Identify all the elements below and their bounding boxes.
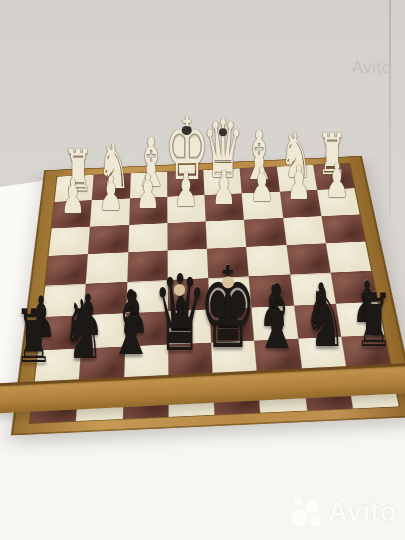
square-g5: [83, 282, 126, 315]
avito-watermark-text: Avito: [328, 497, 397, 528]
square-h1: [54, 175, 93, 202]
square-e4: [167, 249, 208, 280]
square-b2: [279, 190, 321, 218]
square-a5: [330, 271, 377, 304]
square-e5: [167, 278, 209, 311]
square-h3: [48, 226, 90, 256]
square-f5: [125, 280, 167, 313]
square-c1: [239, 167, 279, 193]
square-b4: [286, 243, 330, 274]
square-f3: [127, 223, 167, 253]
square-c5: [248, 274, 293, 307]
square-d6: [209, 307, 254, 342]
wall-corner-line: [389, 0, 391, 215]
square-d2: [204, 193, 244, 221]
square-d3: [205, 219, 246, 248]
square-f2: [128, 197, 166, 225]
square-h4: [45, 254, 88, 285]
square-e6: [167, 309, 210, 344]
square-g1: [92, 173, 130, 200]
square-c4: [246, 245, 289, 276]
square-a4: [325, 242, 371, 273]
square-c3: [244, 218, 286, 247]
square-c6: [251, 305, 297, 340]
square-a1: [312, 163, 354, 189]
square-h6: [38, 315, 84, 350]
finial-accent: [182, 126, 191, 135]
avito-watermark-top: Avito.: [352, 58, 397, 78]
square-b5: [289, 273, 335, 306]
square-a2: [316, 188, 359, 216]
square-b6: [293, 304, 340, 339]
square-g6: [81, 313, 125, 348]
photo-scene: ♜♞♝♚♛♝♞♜♟♟♟♟♟♟♟♟♟♟♟♟♟♟♟♟♜♞♝♛♚♝♞♜ Avito. …: [0, 0, 405, 540]
square-b3: [282, 216, 325, 245]
finial-accent: [219, 128, 228, 137]
square-h5: [41, 284, 85, 317]
avito-watermark-bottom: Avito: [291, 496, 397, 528]
square-d4: [206, 247, 248, 278]
square-d5: [208, 276, 251, 309]
square-b1: [276, 165, 317, 191]
square-e1: [166, 170, 204, 197]
square-e2: [166, 195, 205, 223]
square-g3: [88, 225, 128, 255]
square-h2: [51, 200, 91, 228]
square-g4: [86, 252, 128, 283]
square-d1: [203, 168, 242, 195]
square-f6: [124, 311, 167, 346]
square-a3: [321, 214, 365, 243]
square-a6: [335, 302, 384, 337]
square-g2: [90, 198, 129, 226]
square-c2: [241, 192, 282, 220]
square-e3: [167, 221, 207, 251]
square-f4: [126, 251, 167, 282]
square-f1: [129, 172, 166, 199]
avito-logo-icon: [291, 496, 323, 528]
